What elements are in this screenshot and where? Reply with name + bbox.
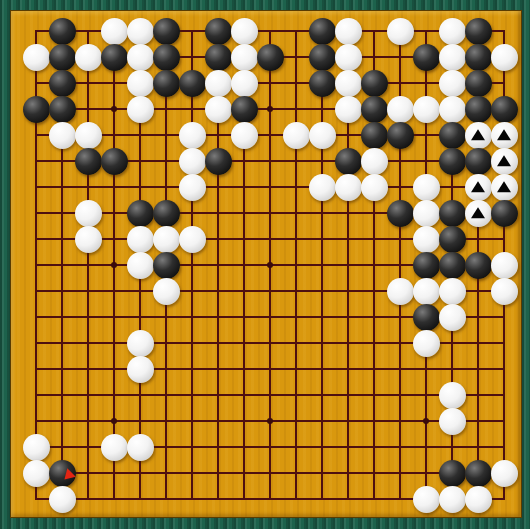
stone-white: [179, 122, 206, 149]
go-board[interactable]: [10, 10, 522, 518]
stone-black: [49, 70, 76, 97]
stone-black: [49, 96, 76, 123]
stone-white: [283, 122, 310, 149]
stone-black: [49, 44, 76, 71]
stone-black: [153, 200, 180, 227]
stone-white: [465, 174, 492, 201]
stone-white: [205, 70, 232, 97]
stone-black: [127, 200, 154, 227]
stone-white: [179, 174, 206, 201]
stone-white: [101, 18, 128, 45]
star-point: [111, 262, 117, 268]
stone-white: [23, 460, 50, 487]
stone-white: [309, 174, 336, 201]
stone-white: [387, 18, 414, 45]
stone-black: [465, 460, 492, 487]
stone-white: [491, 174, 518, 201]
stone-black: [257, 44, 284, 71]
stone-white: [75, 44, 102, 71]
stones-layer: [11, 11, 521, 517]
stone-white: [387, 278, 414, 305]
stone-black: [361, 122, 388, 149]
stone-black: [101, 44, 128, 71]
star-point: [267, 418, 273, 424]
star-point: [111, 106, 117, 112]
stone-black: [205, 18, 232, 45]
stone-white: [439, 486, 466, 513]
stone-white: [439, 96, 466, 123]
stone-white: [335, 96, 362, 123]
stone-black: [309, 18, 336, 45]
stone-white: [335, 18, 362, 45]
stone-white: [465, 122, 492, 149]
star-point: [267, 106, 273, 112]
stone-white: [439, 304, 466, 331]
stone-black: [465, 96, 492, 123]
stone-white: [335, 44, 362, 71]
stone-white: [413, 278, 440, 305]
stone-black: [413, 44, 440, 71]
stone-black: [465, 252, 492, 279]
stone-white: [127, 226, 154, 253]
stone-white: [75, 122, 102, 149]
stone-black: [49, 18, 76, 45]
stone-black: [153, 70, 180, 97]
stone-black: [387, 200, 414, 227]
stone-black: [491, 200, 518, 227]
stone-black: [465, 70, 492, 97]
stone-black: [439, 200, 466, 227]
stone-white: [439, 278, 466, 305]
stone-white: [361, 174, 388, 201]
stone-black: [309, 70, 336, 97]
stone-white: [439, 18, 466, 45]
stone-black: [335, 148, 362, 175]
stone-white: [309, 122, 336, 149]
stone-black: [361, 70, 388, 97]
stone-black: [439, 122, 466, 149]
stone-black: [387, 122, 414, 149]
stone-white: [413, 330, 440, 357]
stone-white: [127, 44, 154, 71]
stone-white: [491, 44, 518, 71]
stone-white: [179, 148, 206, 175]
stone-white: [127, 434, 154, 461]
stone-black: [465, 44, 492, 71]
stone-black: [101, 148, 128, 175]
stone-white: [465, 200, 492, 227]
stone-white: [153, 278, 180, 305]
stone-white: [491, 252, 518, 279]
stone-white: [101, 434, 128, 461]
stone-white: [439, 44, 466, 71]
stone-black: [153, 44, 180, 71]
stone-white: [153, 226, 180, 253]
stone-white: [335, 70, 362, 97]
star-point: [423, 418, 429, 424]
stone-white: [231, 122, 258, 149]
stone-white: [491, 122, 518, 149]
stone-black: [153, 18, 180, 45]
triangle-mark: [497, 155, 511, 166]
stone-black: [439, 148, 466, 175]
stone-white: [23, 44, 50, 71]
triangle-mark: [497, 181, 511, 192]
stone-white: [231, 70, 258, 97]
stone-black: [439, 226, 466, 253]
stone-white: [439, 408, 466, 435]
stone-white: [231, 44, 258, 71]
stone-black: [75, 148, 102, 175]
last-move-marker: [60, 468, 76, 484]
stone-black: [413, 252, 440, 279]
stone-white: [413, 226, 440, 253]
star-point: [111, 418, 117, 424]
stone-white: [413, 486, 440, 513]
stone-black: [153, 252, 180, 279]
triangle-mark: [471, 207, 485, 218]
triangle-mark: [471, 129, 485, 140]
stone-white: [413, 96, 440, 123]
stone-black: [361, 96, 388, 123]
stone-white: [205, 96, 232, 123]
stone-white: [439, 382, 466, 409]
stone-white: [413, 174, 440, 201]
stone-black: [465, 148, 492, 175]
stone-black: [231, 96, 258, 123]
stone-white: [127, 330, 154, 357]
stone-white: [127, 70, 154, 97]
stone-white: [335, 174, 362, 201]
stone-white: [491, 278, 518, 305]
stone-black: [179, 70, 206, 97]
stone-black: [205, 44, 232, 71]
stone-white: [127, 356, 154, 383]
stone-white: [491, 148, 518, 175]
stone-white: [439, 70, 466, 97]
triangle-mark: [471, 181, 485, 192]
stone-white: [23, 434, 50, 461]
stone-white: [387, 96, 414, 123]
stone-white: [465, 486, 492, 513]
go-app-window: [0, 0, 530, 529]
stone-white: [127, 18, 154, 45]
stone-black: [465, 18, 492, 45]
stone-white: [49, 122, 76, 149]
stone-black: [439, 252, 466, 279]
triangle-mark: [497, 129, 511, 140]
stone-black: [23, 96, 50, 123]
stone-black: [439, 460, 466, 487]
star-point: [267, 262, 273, 268]
stone-black: [413, 304, 440, 331]
stone-black: [205, 148, 232, 175]
stone-white: [49, 486, 76, 513]
stone-white: [75, 226, 102, 253]
stone-white: [75, 200, 102, 227]
stone-black: [309, 44, 336, 71]
stone-white: [179, 226, 206, 253]
stone-white: [361, 148, 388, 175]
stone-white: [127, 96, 154, 123]
stone-white: [231, 18, 258, 45]
stone-white: [491, 460, 518, 487]
stone-white: [413, 200, 440, 227]
stone-black: [491, 96, 518, 123]
stone-white: [127, 252, 154, 279]
stone-black: [49, 460, 76, 487]
